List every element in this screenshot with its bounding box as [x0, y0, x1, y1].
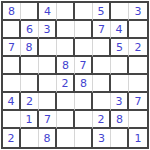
cell-r4c2-empty[interactable] [21, 57, 39, 75]
cell-r2c7-given: 4 [111, 21, 129, 39]
cell-r4c7-empty[interactable] [111, 57, 129, 75]
bricks-sudoku-board: 8453637478528728423717282831 [1, 1, 149, 149]
cell-r5c1-empty[interactable] [3, 75, 21, 93]
cell-r7c1-empty[interactable] [3, 111, 21, 129]
cell-r5c4-given: 2 [57, 75, 75, 93]
cell-r1c4-empty[interactable] [57, 3, 75, 21]
cell-r2c2-given: 6 [21, 21, 39, 39]
cell-r2c1-empty[interactable] [3, 21, 21, 39]
bricks-sudoku-screenshot: 8453637478528728423717282831 [0, 0, 150, 150]
cell-r8c4-empty[interactable] [57, 129, 75, 147]
cell-r1c1-given: 8 [3, 3, 21, 21]
cell-r4c6-empty[interactable] [93, 57, 111, 75]
cell-r3c6-empty[interactable] [93, 39, 111, 57]
cell-r4c8-empty[interactable] [129, 57, 147, 75]
cell-r5c7-empty[interactable] [111, 75, 129, 93]
cell-r6c2-given: 2 [21, 93, 39, 111]
cell-r2c5-empty[interactable] [75, 21, 93, 39]
cell-r8c1-given: 2 [3, 129, 21, 147]
cell-r6c1-given: 4 [3, 93, 21, 111]
cell-r4c3-empty[interactable] [39, 57, 57, 75]
cell-r3c3-empty[interactable] [39, 39, 57, 57]
cell-r8c8-given: 1 [129, 129, 147, 147]
cell-r3c1-given: 7 [3, 39, 21, 57]
cell-r5c2-empty[interactable] [21, 75, 39, 93]
cell-r5c8-empty[interactable] [129, 75, 147, 93]
cell-r1c6-given: 5 [93, 3, 111, 21]
cell-r4c1-empty[interactable] [3, 57, 21, 75]
cell-r8c2-empty[interactable] [21, 129, 39, 147]
cell-r3c4-empty[interactable] [57, 39, 75, 57]
cell-r7c6-given: 2 [93, 111, 111, 129]
cell-r7c2-given: 1 [21, 111, 39, 129]
cell-r1c8-given: 3 [129, 3, 147, 21]
cell-r3c5-empty[interactable] [75, 39, 93, 57]
cell-r1c2-empty[interactable] [21, 3, 39, 21]
cell-r3c7-given: 5 [111, 39, 129, 57]
cell-r6c8-given: 7 [129, 93, 147, 111]
cell-r8c3-given: 8 [39, 129, 57, 147]
cell-r6c7-given: 3 [111, 93, 129, 111]
cell-r1c5-empty[interactable] [75, 3, 93, 21]
cell-r7c3-given: 7 [39, 111, 57, 129]
cell-r4c4-given: 8 [57, 57, 75, 75]
cell-r7c8-empty[interactable] [129, 111, 147, 129]
cell-r3c8-given: 2 [129, 39, 147, 57]
cell-r2c3-given: 3 [39, 21, 57, 39]
cell-r6c6-empty[interactable] [93, 93, 111, 111]
cell-r4c5-given: 7 [75, 57, 93, 75]
cell-r2c6-given: 7 [93, 21, 111, 39]
cell-r7c7-given: 8 [111, 111, 129, 129]
cell-r5c3-empty[interactable] [39, 75, 57, 93]
cell-r5c5-given: 8 [75, 75, 93, 93]
cell-r8c7-empty[interactable] [111, 129, 129, 147]
cell-r6c5-empty[interactable] [75, 93, 93, 111]
cell-r2c4-empty[interactable] [57, 21, 75, 39]
cell-r8c5-empty[interactable] [75, 129, 93, 147]
cell-r6c4-empty[interactable] [57, 93, 75, 111]
cell-r2c8-empty[interactable] [129, 21, 147, 39]
cell-r3c2-given: 8 [21, 39, 39, 57]
cell-r1c7-empty[interactable] [111, 3, 129, 21]
cell-r7c5-empty[interactable] [75, 111, 93, 129]
cell-r5c6-empty[interactable] [93, 75, 111, 93]
cell-r7c4-empty[interactable] [57, 111, 75, 129]
cell-r6c3-empty[interactable] [39, 93, 57, 111]
cell-r1c3-given: 4 [39, 3, 57, 21]
cell-r8c6-given: 3 [93, 129, 111, 147]
